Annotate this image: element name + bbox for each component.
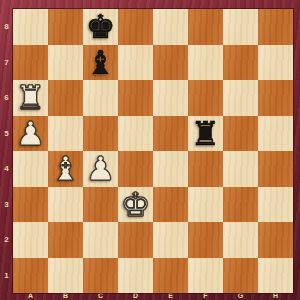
rank-label-8: 8: [0, 9, 13, 45]
square-c5[interactable]: [83, 116, 118, 152]
square-d5[interactable]: [118, 116, 153, 152]
file-label-e: E: [153, 292, 188, 300]
square-g1[interactable]: [223, 258, 258, 294]
square-h6[interactable]: [258, 80, 293, 116]
square-g3[interactable]: [223, 187, 258, 223]
square-h2[interactable]: [258, 222, 293, 258]
square-f8[interactable]: [188, 9, 223, 45]
rank-label-5: 5: [0, 116, 13, 152]
chess-board: ♚♝♜♟♜♝♟♚: [13, 9, 293, 293]
file-label-h: H: [258, 292, 293, 300]
square-c7[interactable]: ♝: [83, 45, 118, 81]
square-h5[interactable]: [258, 116, 293, 152]
square-a6[interactable]: ♜: [13, 80, 48, 116]
square-d4[interactable]: [118, 151, 153, 187]
square-h8[interactable]: [258, 9, 293, 45]
square-g4[interactable]: [223, 151, 258, 187]
square-e7[interactable]: [153, 45, 188, 81]
rank-label-2: 2: [0, 222, 13, 258]
white-bishop[interactable]: ♝: [48, 151, 83, 187]
file-label-b: B: [48, 292, 83, 300]
white-king[interactable]: ♚: [118, 187, 153, 223]
square-h7[interactable]: [258, 45, 293, 81]
square-d3[interactable]: ♚: [118, 187, 153, 223]
square-g5[interactable]: [223, 116, 258, 152]
square-b1[interactable]: [48, 258, 83, 294]
file-label-c: C: [83, 292, 118, 300]
square-e5[interactable]: [153, 116, 188, 152]
square-c4[interactable]: ♟: [83, 151, 118, 187]
rank-label-1: 1: [0, 258, 13, 294]
chess-diagram: 87654321 ABCDEFGH ♚♝♜♟♜♝♟♚: [0, 0, 300, 300]
square-d6[interactable]: [118, 80, 153, 116]
white-pawn[interactable]: ♟: [83, 151, 118, 187]
file-label-f: F: [188, 292, 223, 300]
square-d7[interactable]: [118, 45, 153, 81]
square-d2[interactable]: [118, 222, 153, 258]
square-f1[interactable]: [188, 258, 223, 294]
square-e2[interactable]: [153, 222, 188, 258]
black-bishop[interactable]: ♝: [83, 45, 118, 81]
file-label-g: G: [223, 292, 258, 300]
white-rook[interactable]: ♜: [13, 80, 48, 116]
square-d8[interactable]: [118, 9, 153, 45]
file-label-d: D: [118, 292, 153, 300]
square-b8[interactable]: [48, 9, 83, 45]
black-rook[interactable]: ♜: [188, 116, 223, 152]
rank-label-3: 3: [0, 187, 13, 223]
square-c1[interactable]: [83, 258, 118, 294]
square-b2[interactable]: [48, 222, 83, 258]
file-label-a: A: [13, 292, 48, 300]
square-g2[interactable]: [223, 222, 258, 258]
square-f2[interactable]: [188, 222, 223, 258]
square-c6[interactable]: [83, 80, 118, 116]
square-e6[interactable]: [153, 80, 188, 116]
rank-label-6: 6: [0, 80, 13, 116]
square-g8[interactable]: [223, 9, 258, 45]
square-b5[interactable]: [48, 116, 83, 152]
square-h3[interactable]: [258, 187, 293, 223]
square-a3[interactable]: [13, 187, 48, 223]
rank-label-7: 7: [0, 45, 13, 81]
white-pawn[interactable]: ♟: [13, 116, 48, 152]
square-a4[interactable]: [13, 151, 48, 187]
square-a8[interactable]: [13, 9, 48, 45]
square-f6[interactable]: [188, 80, 223, 116]
square-c3[interactable]: [83, 187, 118, 223]
square-a7[interactable]: [13, 45, 48, 81]
square-b6[interactable]: [48, 80, 83, 116]
rank-labels: 87654321: [0, 9, 13, 293]
square-g6[interactable]: [223, 80, 258, 116]
rank-label-4: 4: [0, 151, 13, 187]
square-b3[interactable]: [48, 187, 83, 223]
file-labels: ABCDEFGH: [13, 292, 293, 300]
square-e4[interactable]: [153, 151, 188, 187]
square-g7[interactable]: [223, 45, 258, 81]
square-f7[interactable]: [188, 45, 223, 81]
square-e1[interactable]: [153, 258, 188, 294]
square-f5[interactable]: ♜: [188, 116, 223, 152]
square-a5[interactable]: ♟: [13, 116, 48, 152]
square-h1[interactable]: [258, 258, 293, 294]
square-f3[interactable]: [188, 187, 223, 223]
square-b4[interactable]: ♝: [48, 151, 83, 187]
square-d1[interactable]: [118, 258, 153, 294]
square-e3[interactable]: [153, 187, 188, 223]
square-h4[interactable]: [258, 151, 293, 187]
square-e8[interactable]: [153, 9, 188, 45]
square-a2[interactable]: [13, 222, 48, 258]
square-c2[interactable]: [83, 222, 118, 258]
square-c8[interactable]: ♚: [83, 9, 118, 45]
square-b7[interactable]: [48, 45, 83, 81]
black-king[interactable]: ♚: [83, 9, 118, 45]
square-a1[interactable]: [13, 258, 48, 294]
square-f4[interactable]: [188, 151, 223, 187]
